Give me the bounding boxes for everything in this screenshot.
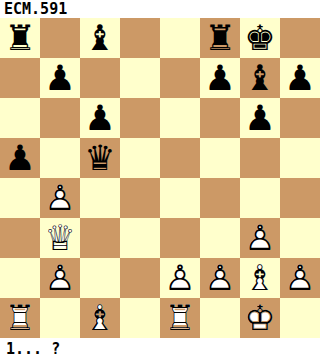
square-c3[interactable]	[80, 218, 120, 258]
square-c4[interactable]	[80, 178, 120, 218]
black-piece-glyph: ♝	[80, 18, 120, 58]
square-c2[interactable]	[80, 258, 120, 298]
square-g2[interactable]: ♝♗	[240, 258, 280, 298]
black-piece-glyph: ♝	[240, 58, 280, 98]
black-pawn-piece: ♟	[240, 98, 280, 138]
square-h8[interactable]	[280, 18, 320, 58]
white-piece-outline: ♙	[160, 258, 200, 298]
white-piece-outline: ♙	[40, 258, 80, 298]
square-g6[interactable]: ♟	[240, 98, 280, 138]
square-c1[interactable]: ♝♗	[80, 298, 120, 338]
square-b4[interactable]: ♟♙	[40, 178, 80, 218]
black-pawn-piece: ♟	[40, 58, 80, 98]
page-title: ECM.591	[0, 0, 320, 18]
square-a4[interactable]	[0, 178, 40, 218]
square-g8[interactable]: ♚	[240, 18, 280, 58]
white-bishop-piece: ♝♗	[240, 258, 280, 298]
black-pawn-piece: ♟	[280, 58, 320, 98]
black-queen-piece: ♛	[80, 138, 120, 178]
square-g1[interactable]: ♚♔	[240, 298, 280, 338]
square-d4[interactable]	[120, 178, 160, 218]
white-rook-piece: ♜♖	[0, 298, 40, 338]
square-h5[interactable]	[280, 138, 320, 178]
square-d6[interactable]	[120, 98, 160, 138]
square-e4[interactable]	[160, 178, 200, 218]
square-c7[interactable]	[80, 58, 120, 98]
square-f3[interactable]	[200, 218, 240, 258]
square-e8[interactable]	[160, 18, 200, 58]
square-f5[interactable]	[200, 138, 240, 178]
square-d7[interactable]	[120, 58, 160, 98]
square-c6[interactable]: ♟	[80, 98, 120, 138]
square-g5[interactable]	[240, 138, 280, 178]
white-pawn-piece: ♟♙	[200, 258, 240, 298]
white-piece-outline: ♙	[200, 258, 240, 298]
square-e3[interactable]	[160, 218, 200, 258]
square-e2[interactable]: ♟♙	[160, 258, 200, 298]
white-bishop-piece: ♝♗	[80, 298, 120, 338]
white-piece-outline: ♖	[0, 298, 40, 338]
black-piece-glyph: ♟	[240, 98, 280, 138]
white-piece-outline: ♖	[160, 298, 200, 338]
white-piece-outline: ♗	[240, 258, 280, 298]
square-h2[interactable]: ♟♙	[280, 258, 320, 298]
black-piece-glyph: ♛	[80, 138, 120, 178]
white-piece-outline: ♔	[240, 298, 280, 338]
square-c5[interactable]: ♛	[80, 138, 120, 178]
square-d8[interactable]	[120, 18, 160, 58]
square-e6[interactable]	[160, 98, 200, 138]
white-queen-piece: ♛♕	[40, 218, 80, 258]
square-d5[interactable]	[120, 138, 160, 178]
square-f8[interactable]: ♜	[200, 18, 240, 58]
black-bishop-piece: ♝	[80, 18, 120, 58]
square-h4[interactable]	[280, 178, 320, 218]
black-pawn-piece: ♟	[0, 138, 40, 178]
square-h7[interactable]: ♟	[280, 58, 320, 98]
black-piece-glyph: ♟	[280, 58, 320, 98]
square-a2[interactable]	[0, 258, 40, 298]
square-e1[interactable]: ♜♖	[160, 298, 200, 338]
black-pawn-piece: ♟	[80, 98, 120, 138]
black-piece-glyph: ♟	[80, 98, 120, 138]
square-a1[interactable]: ♜♖	[0, 298, 40, 338]
square-h3[interactable]	[280, 218, 320, 258]
white-pawn-piece: ♟♙	[280, 258, 320, 298]
black-piece-glyph: ♟	[40, 58, 80, 98]
white-piece-outline: ♕	[40, 218, 80, 258]
square-c8[interactable]: ♝	[80, 18, 120, 58]
black-piece-glyph: ♚	[240, 18, 280, 58]
square-b2[interactable]: ♟♙	[40, 258, 80, 298]
square-e5[interactable]	[160, 138, 200, 178]
white-pawn-piece: ♟♙	[40, 178, 80, 218]
white-piece-outline: ♗	[80, 298, 120, 338]
black-piece-glyph: ♟	[200, 58, 240, 98]
square-d2[interactable]	[120, 258, 160, 298]
square-h1[interactable]	[280, 298, 320, 338]
square-f1[interactable]	[200, 298, 240, 338]
square-a6[interactable]	[0, 98, 40, 138]
white-pawn-piece: ♟♙	[160, 258, 200, 298]
chess-app-window: ECM.591 ♜♝♜♚♟♟♝♟♟♟♟♛♟♙♛♕♟♙♟♙♟♙♟♙♝♗♟♙♜♖♝♗…	[0, 0, 320, 360]
square-a7[interactable]	[0, 58, 40, 98]
chess-board: ♜♝♜♚♟♟♝♟♟♟♟♛♟♙♛♕♟♙♟♙♟♙♟♙♝♗♟♙♜♖♝♗♜♖♚♔	[0, 18, 320, 338]
square-a8[interactable]: ♜	[0, 18, 40, 58]
square-g7[interactable]: ♝	[240, 58, 280, 98]
black-piece-glyph: ♜	[0, 18, 40, 58]
square-h6[interactable]	[280, 98, 320, 138]
square-a5[interactable]: ♟	[0, 138, 40, 178]
square-f2[interactable]: ♟♙	[200, 258, 240, 298]
square-g3[interactable]: ♟♙	[240, 218, 280, 258]
square-d1[interactable]	[120, 298, 160, 338]
move-prompt: 1... ?	[0, 338, 320, 360]
square-b3[interactable]: ♛♕	[40, 218, 80, 258]
square-g4[interactable]	[240, 178, 280, 218]
square-b5[interactable]	[40, 138, 80, 178]
black-piece-glyph: ♜	[200, 18, 240, 58]
square-b6[interactable]	[40, 98, 80, 138]
square-f6[interactable]	[200, 98, 240, 138]
square-d3[interactable]	[120, 218, 160, 258]
square-e7[interactable]	[160, 58, 200, 98]
white-pawn-piece: ♟♙	[240, 218, 280, 258]
square-b1[interactable]	[40, 298, 80, 338]
black-rook-piece: ♜	[200, 18, 240, 58]
white-rook-piece: ♜♖	[160, 298, 200, 338]
black-pawn-piece: ♟	[200, 58, 240, 98]
square-b7[interactable]: ♟	[40, 58, 80, 98]
square-f4[interactable]	[200, 178, 240, 218]
white-piece-outline: ♙	[40, 178, 80, 218]
square-b8[interactable]	[40, 18, 80, 58]
white-piece-outline: ♙	[240, 218, 280, 258]
black-king-piece: ♚	[240, 18, 280, 58]
black-rook-piece: ♜	[0, 18, 40, 58]
white-piece-outline: ♙	[280, 258, 320, 298]
black-piece-glyph: ♟	[0, 138, 40, 178]
black-bishop-piece: ♝	[240, 58, 280, 98]
white-king-piece: ♚♔	[240, 298, 280, 338]
square-f7[interactable]: ♟	[200, 58, 240, 98]
square-a3[interactable]	[0, 218, 40, 258]
white-pawn-piece: ♟♙	[40, 258, 80, 298]
